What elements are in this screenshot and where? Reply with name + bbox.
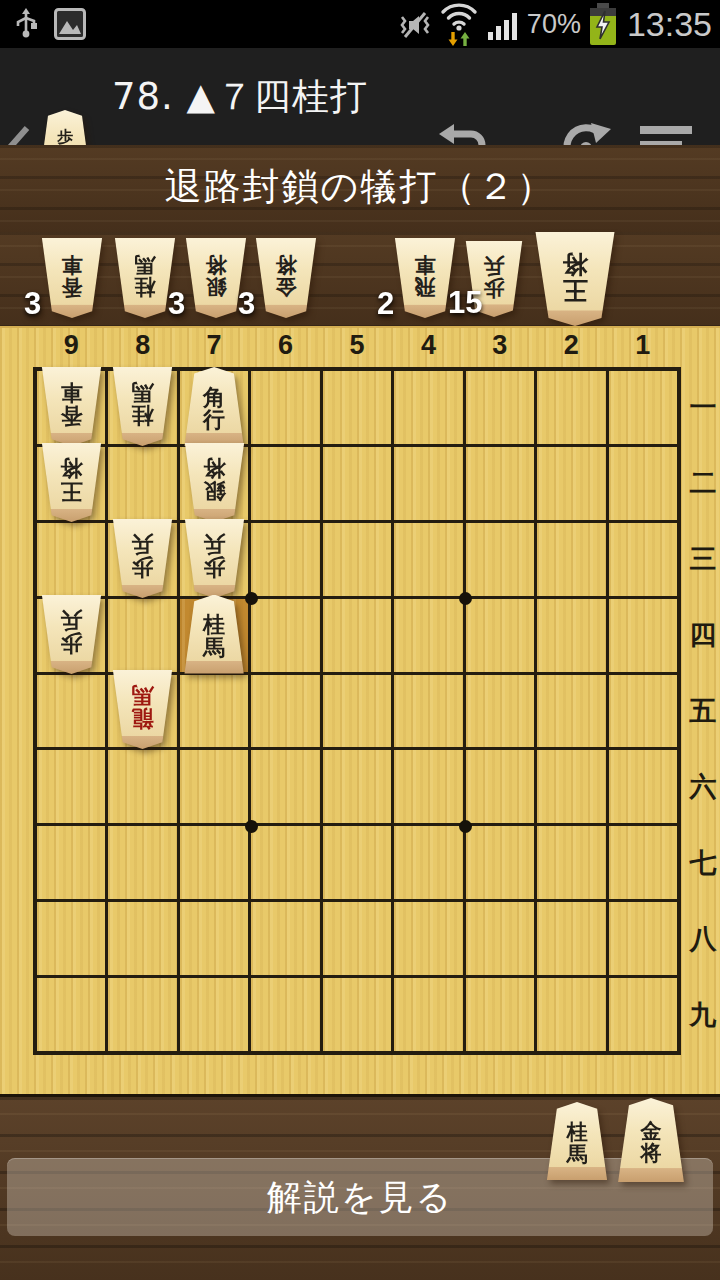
sente-piece-金将[interactable]: 金 将 (616, 1098, 686, 1182)
gallery-icon (54, 8, 86, 40)
gote-piece-桂馬[interactable]: 桂 馬 (111, 367, 174, 446)
rank-label-9: 九 (686, 978, 720, 1051)
status-bar: 70% 13:35 (0, 0, 720, 48)
board-piece-9二[interactable]: 王 将 (40, 443, 103, 522)
file-label-7: 7 (180, 330, 248, 362)
piece-kanji: 歩 兵 (132, 533, 154, 579)
board-piece-9四[interactable]: 歩 兵 (40, 595, 103, 674)
toolbar: 歩 兵 78. ▲７四桂打 (0, 48, 720, 146)
title-band: 退路封鎖の犠打（２） (0, 145, 720, 232)
gote-piece-龍馬[interactable]: 龍 馬 (111, 670, 174, 749)
bottom-band: 桂 馬金 将 解説を見る (0, 1097, 720, 1280)
hand-gote-香車[interactable]: 香 車3 (40, 238, 104, 318)
piece-kanji: 銀 将 (203, 457, 225, 503)
board-piece-7三[interactable]: 歩 兵 (183, 519, 246, 598)
rank-label-1: 一 (686, 371, 720, 444)
page-title: 退路封鎖の犠打（２） (0, 145, 720, 229)
clock: 13:35 (627, 5, 712, 44)
gote-piece-銀将[interactable]: 銀 将 (183, 443, 246, 522)
file-label-5: 5 (323, 330, 391, 362)
shogi-board: 香 車桂 馬角 行王 将銀 将歩 兵歩 兵歩 兵桂 馬龍 馬 (33, 367, 681, 1055)
piece-kanji: 金 将 (276, 254, 297, 298)
piece-kanji: 歩 兵 (203, 533, 225, 579)
rank-label-3: 三 (686, 523, 720, 596)
board-piece-8一[interactable]: 桂 馬 (111, 367, 174, 446)
hand-tray-gote: 香 車3桂 馬銀 将3金 将3飛 車2歩 兵15王 将 (0, 232, 720, 326)
vibrate-mute-icon (398, 7, 432, 41)
star-point (459, 820, 472, 833)
gote-piece-歩兵[interactable]: 歩 兵 (111, 519, 174, 598)
star-point (245, 592, 258, 605)
gote-piece-香車[interactable]: 香 車 (40, 367, 103, 446)
star-point (459, 592, 472, 605)
piece-kanji: 桂 馬 (135, 254, 156, 298)
board-piece-7二[interactable]: 銀 将 (183, 443, 246, 522)
gote-piece-王将[interactable]: 王 将 (40, 443, 103, 522)
hand-count: 3 (168, 286, 185, 322)
file-label-6: 6 (251, 330, 319, 362)
piece-kanji: 銀 将 (206, 254, 227, 298)
shogi-app-screen: 70% 13:35 歩 兵 78. ▲７四桂打 (0, 0, 720, 1280)
file-label-9: 9 (37, 330, 105, 362)
battery-percent: 70% (527, 9, 581, 40)
file-label-2: 2 (537, 330, 605, 362)
rank-label-7: 七 (686, 826, 720, 899)
file-label-8: 8 (108, 330, 176, 362)
gote-piece-香車[interactable]: 香 車 (40, 238, 104, 318)
piece-kanji: 桂 馬 (132, 382, 154, 428)
board-piece-8五[interactable]: 龍 馬 (111, 670, 174, 749)
hand-gote-金将[interactable]: 金 将3 (254, 238, 318, 318)
sente-piece-桂馬[interactable]: 桂 馬 (545, 1102, 609, 1180)
hand-count: 15 (448, 285, 482, 321)
hand-count: 3 (24, 286, 41, 322)
sente-piece-桂馬[interactable]: 桂 馬 (183, 595, 246, 674)
piece-kanji: 香 車 (62, 254, 83, 298)
wifi-updown-icon (439, 2, 479, 46)
piece-kanji: 桂 馬 (203, 613, 225, 659)
rank-label-5: 五 (686, 675, 720, 748)
rank-label-2: 二 (686, 447, 720, 520)
board-overlay: 香 車桂 馬角 行王 将銀 将歩 兵歩 兵歩 兵桂 馬龍 馬 (37, 371, 677, 1051)
board-piece-7四[interactable]: 桂 馬 (183, 595, 246, 674)
piece-kanji: 角 行 (203, 386, 225, 432)
rank-label-4: 四 (686, 599, 720, 672)
piece-kanji: 王 将 (563, 251, 588, 303)
piece-kanji: 金 将 (641, 1120, 662, 1164)
file-label-4: 4 (394, 330, 462, 362)
piece-kanji: 王 将 (60, 457, 82, 503)
hand-gote-王将[interactable]: 王 将 (533, 232, 617, 326)
piece-kanji: 歩 兵 (484, 255, 505, 299)
gote-piece-金将[interactable]: 金 将 (254, 238, 318, 318)
hand-count: 2 (377, 286, 394, 322)
hand-sente-金将[interactable]: 金 将 (616, 1098, 686, 1182)
gote-piece-歩兵[interactable]: 歩 兵 (40, 595, 103, 674)
hand-sente-桂馬[interactable]: 桂 馬 (545, 1102, 609, 1180)
star-point (245, 820, 258, 833)
board-piece-7一[interactable]: 角 行 (183, 367, 246, 446)
board-panel: 987654321 香 車桂 馬角 行王 将銀 将歩 兵歩 兵歩 兵桂 馬龍 馬… (0, 326, 720, 1097)
piece-kanji: 香 車 (60, 382, 82, 428)
move-label: 78. ▲７四桂打 (112, 48, 368, 145)
rank-label-6: 六 (686, 750, 720, 823)
gote-piece-王将[interactable]: 王 将 (533, 232, 617, 326)
board-piece-8三[interactable]: 歩 兵 (111, 519, 174, 598)
piece-kanji: 龍 馬 (132, 685, 154, 731)
rank-label-8: 八 (686, 902, 720, 975)
sente-piece-角行[interactable]: 角 行 (183, 367, 246, 446)
signal-strength-icon (486, 8, 520, 40)
piece-kanji: 桂 馬 (567, 1121, 588, 1165)
hand-gote-歩兵[interactable]: 歩 兵15 (464, 241, 524, 317)
file-label-1: 1 (609, 330, 677, 362)
usb-icon (14, 8, 38, 40)
battery-charging-icon (588, 3, 618, 45)
hand-count: 3 (238, 286, 255, 322)
file-label-3: 3 (466, 330, 534, 362)
piece-kanji: 飛 車 (415, 254, 436, 298)
gote-piece-歩兵[interactable]: 歩 兵 (183, 519, 246, 598)
board-piece-9一[interactable]: 香 車 (40, 367, 103, 446)
piece-kanji: 歩 兵 (60, 609, 82, 655)
